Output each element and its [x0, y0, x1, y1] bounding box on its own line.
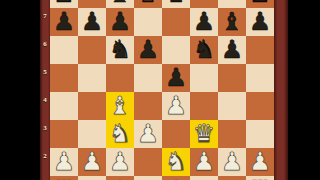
- square-h5[interactable]: [246, 64, 274, 92]
- rank-label-7: 7: [40, 12, 50, 20]
- square-h7[interactable]: ♟: [246, 8, 274, 36]
- piece-white-pawn: ♟: [193, 148, 215, 176]
- piece-white-pawn: ♟: [109, 148, 131, 176]
- square-e2[interactable]: ♞: [162, 148, 190, 176]
- piece-white-rook: ♜: [53, 176, 75, 180]
- square-a3[interactable]: [50, 120, 78, 148]
- piece-black-pawn: ♟: [193, 8, 215, 36]
- square-c4[interactable]: ♝: [106, 92, 134, 120]
- square-d6[interactable]: ♟: [134, 36, 162, 64]
- square-c1[interactable]: ♝: [106, 176, 134, 180]
- piece-black-pawn: ♟: [53, 8, 75, 36]
- square-f7[interactable]: ♟: [190, 8, 218, 36]
- square-g5[interactable]: [218, 64, 246, 92]
- square-d2[interactable]: [134, 148, 162, 176]
- square-h6[interactable]: [246, 36, 274, 64]
- square-h1[interactable]: ♜: [246, 176, 274, 180]
- square-b5[interactable]: [78, 64, 106, 92]
- square-d5[interactable]: [134, 64, 162, 92]
- square-e6[interactable]: [162, 36, 190, 64]
- square-g1[interactable]: [218, 176, 246, 180]
- square-d4[interactable]: [134, 92, 162, 120]
- square-c6[interactable]: ♞: [106, 36, 134, 64]
- square-h4[interactable]: [246, 92, 274, 120]
- square-b7[interactable]: ♟: [78, 8, 106, 36]
- square-c3[interactable]: ♞: [106, 120, 134, 148]
- square-e5[interactable]: ♟: [162, 64, 190, 92]
- square-d3[interactable]: ♟: [134, 120, 162, 148]
- square-b2[interactable]: ♟: [78, 148, 106, 176]
- square-b4[interactable]: [78, 92, 106, 120]
- square-d8[interactable]: ♛: [134, 0, 162, 8]
- piece-black-pawn: ♟: [249, 8, 271, 36]
- rank-label-5: 5: [40, 68, 50, 76]
- piece-black-queen: ♛: [137, 0, 159, 8]
- video-frame: ♜♝♛♚♜♟♟♟♟♝♟♞♟♞♟♟♝♟♞♟♛♟♟♟♞♟♟♟♜♝♚♜ 7654321: [0, 0, 320, 180]
- piece-black-knight: ♞: [109, 36, 131, 64]
- square-f2[interactable]: ♟: [190, 148, 218, 176]
- square-e8[interactable]: ♚: [162, 0, 190, 8]
- piece-black-king: ♚: [165, 0, 187, 8]
- square-d1[interactable]: [134, 176, 162, 180]
- rank-label-6: 6: [40, 40, 50, 48]
- square-e4[interactable]: ♟: [162, 92, 190, 120]
- square-c5[interactable]: [106, 64, 134, 92]
- square-f1[interactable]: [190, 176, 218, 180]
- piece-white-pawn: ♟: [165, 92, 187, 120]
- piece-black-pawn: ♟: [165, 64, 187, 92]
- piece-black-pawn: ♟: [137, 36, 159, 64]
- piece-black-pawn: ♟: [109, 8, 131, 36]
- piece-white-knight: ♞: [165, 148, 187, 176]
- piece-black-knight: ♞: [193, 36, 215, 64]
- piece-black-pawn: ♟: [81, 8, 103, 36]
- square-g3[interactable]: [218, 120, 246, 148]
- chess-board: ♜♝♛♚♜♟♟♟♟♝♟♞♟♞♟♟♝♟♞♟♛♟♟♟♞♟♟♟♜♝♚♜: [50, 0, 274, 180]
- square-e3[interactable]: [162, 120, 190, 148]
- square-d7[interactable]: [134, 8, 162, 36]
- rank-label-3: 3: [40, 124, 50, 132]
- piece-white-bishop: ♝: [109, 92, 131, 120]
- square-e1[interactable]: ♚: [162, 176, 190, 180]
- rank-label-2: 2: [40, 152, 50, 160]
- square-g7[interactable]: ♝: [218, 8, 246, 36]
- square-f4[interactable]: [190, 92, 218, 120]
- square-b1[interactable]: [78, 176, 106, 180]
- square-a4[interactable]: [50, 92, 78, 120]
- board-frame-right: [274, 0, 288, 180]
- piece-white-pawn: ♟: [137, 120, 159, 148]
- rank-label-4: 4: [40, 96, 50, 104]
- square-e7[interactable]: [162, 8, 190, 36]
- piece-white-pawn: ♟: [53, 148, 75, 176]
- square-b6[interactable]: [78, 36, 106, 64]
- piece-white-king: ♚: [165, 176, 187, 180]
- square-a5[interactable]: [50, 64, 78, 92]
- piece-white-pawn: ♟: [221, 148, 243, 176]
- square-g6[interactable]: ♟: [218, 36, 246, 64]
- square-f6[interactable]: ♞: [190, 36, 218, 64]
- square-a2[interactable]: ♟: [50, 148, 78, 176]
- piece-white-pawn: ♟: [249, 148, 271, 176]
- square-g4[interactable]: [218, 92, 246, 120]
- square-a1[interactable]: ♜: [50, 176, 78, 180]
- square-h2[interactable]: ♟: [246, 148, 274, 176]
- piece-black-pawn: ♟: [221, 36, 243, 64]
- piece-white-bishop: ♝: [109, 176, 131, 180]
- piece-white-knight: ♞: [109, 120, 131, 148]
- square-a6[interactable]: [50, 36, 78, 64]
- piece-white-pawn: ♟: [81, 148, 103, 176]
- square-g2[interactable]: ♟: [218, 148, 246, 176]
- square-c7[interactable]: ♟: [106, 8, 134, 36]
- square-h3[interactable]: [246, 120, 274, 148]
- square-f5[interactable]: [190, 64, 218, 92]
- square-f3[interactable]: ♛: [190, 120, 218, 148]
- square-c2[interactable]: ♟: [106, 148, 134, 176]
- square-a7[interactable]: ♟: [50, 8, 78, 36]
- piece-black-bishop: ♝: [221, 8, 243, 36]
- square-b3[interactable]: [78, 120, 106, 148]
- piece-white-rook: ♜: [249, 176, 271, 180]
- piece-white-queen: ♛: [193, 120, 215, 148]
